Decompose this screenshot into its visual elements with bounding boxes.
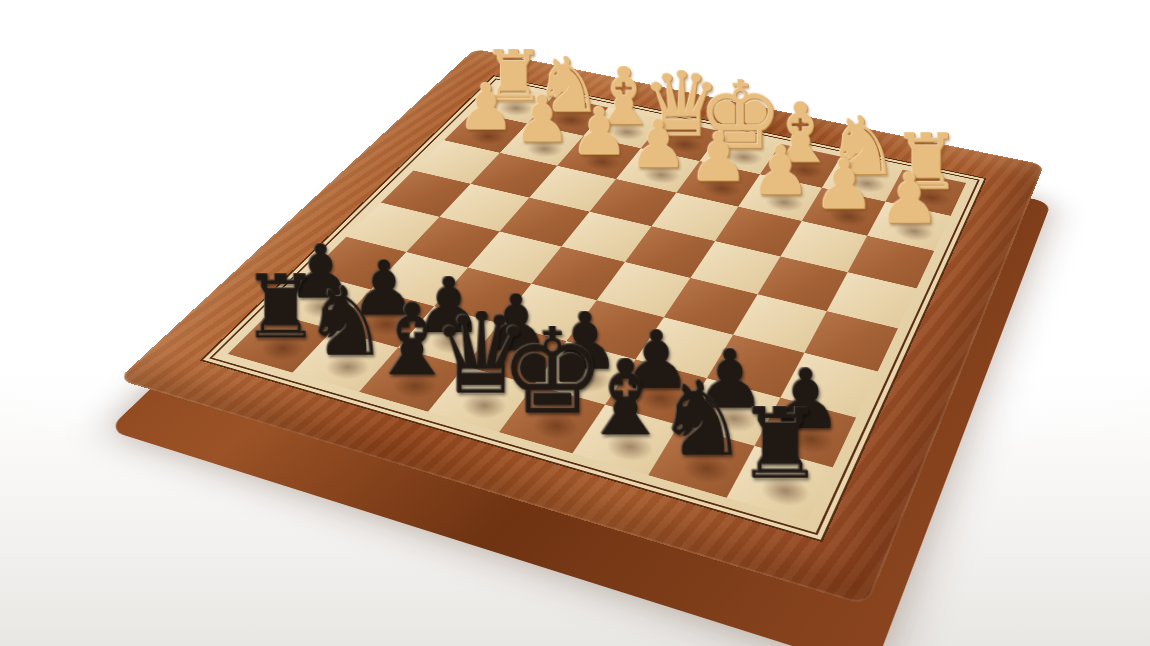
white-pawn-icon: ♟	[458, 82, 515, 132]
black-rook-icon: ♜	[736, 406, 824, 483]
white-pawn-icon: ♟	[513, 94, 571, 144]
white-pawn-icon: ♟	[629, 118, 688, 170]
white-pawn-icon: ♟	[689, 131, 749, 183]
white-pawn-icon: ♟	[750, 144, 811, 197]
board-3d: ♜♞♝♛♚♝♞♜♟♟♟♟♟♟♟♟♟♟♟♟♟♟♟♟♜♞♝♛♚♝♞♜	[118, 49, 1044, 606]
white-pawn-icon: ♟	[878, 171, 940, 225]
white-pawn-icon: ♟	[813, 158, 875, 212]
white-pawn-icon: ♟	[570, 106, 628, 157]
piece-white-pawn-a2[interactable]: ♟	[867, 202, 951, 251]
black-knight-icon: ♞	[656, 380, 749, 461]
piece-black-rook-a8[interactable]: ♜	[727, 446, 833, 521]
page-background: ♜♞♝♛♚♝♞♜♟♟♟♟♟♟♟♟♟♟♟♟♟♟♟♟♜♞♝♛♚♝♞♜	[0, 0, 1150, 646]
